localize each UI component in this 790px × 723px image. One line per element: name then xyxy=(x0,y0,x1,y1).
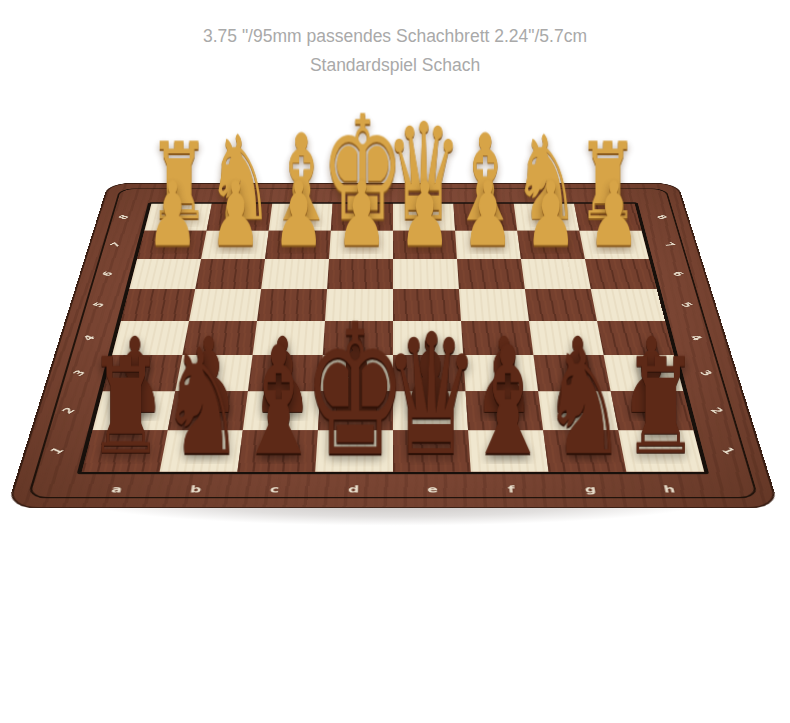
board-border-corner xyxy=(704,472,777,507)
file-label-d: d xyxy=(313,472,393,507)
square-a6 xyxy=(129,259,201,289)
rank-label-text: 6 xyxy=(99,270,116,277)
file-label-b: b xyxy=(153,472,238,507)
caption-line-1: 3.75 "/95mm passendes Schachbrett 2.24"/… xyxy=(0,22,790,51)
caption: 3.75 "/95mm passendes Schachbrett 2.24"/… xyxy=(0,22,790,80)
file-label-a: a xyxy=(73,472,160,507)
rank-label-left-6: 6 xyxy=(77,259,137,289)
square-b6 xyxy=(195,259,265,289)
file-label-f: f xyxy=(471,472,553,507)
file-label-text: d xyxy=(348,484,360,494)
square-f6 xyxy=(457,259,525,289)
square-h1: ♜ xyxy=(618,430,704,472)
file-label-text: e xyxy=(427,484,438,494)
rank-label-text: 5 xyxy=(678,301,696,309)
caption-line-2: Standardspiel Schach xyxy=(0,51,790,80)
file-label-text: f xyxy=(507,484,515,494)
product-photo-chess-set: 3.75 "/95mm passendes Schachbrett 2.24"/… xyxy=(0,0,790,723)
file-label-text: a xyxy=(110,484,123,494)
file-label-g: g xyxy=(549,472,634,507)
rank-label-text: 5 xyxy=(90,301,108,309)
file-label-text: g xyxy=(584,484,597,494)
square-h7: ♟ xyxy=(579,231,648,259)
chessboard: 8♜♞♝♚♛♝♞♜87♟♟♟♟♟♟♟♟7665544332♟♟♟♟♟♟♟♟21♜… xyxy=(6,183,779,509)
square-g6 xyxy=(521,259,591,289)
file-label-h: h xyxy=(626,472,713,507)
file-label-text: h xyxy=(662,484,676,494)
rank-label-text: 6 xyxy=(670,270,687,277)
file-label-text: c xyxy=(269,484,279,494)
board-mat: 8♜♞♝♚♛♝♞♜87♟♟♟♟♟♟♟♟7665544332♟♟♟♟♟♟♟♟21♜… xyxy=(6,183,779,509)
file-label-text: b xyxy=(189,484,202,494)
rank-label-right-6: 6 xyxy=(649,259,709,289)
square-h6 xyxy=(585,259,657,289)
file-label-c: c xyxy=(233,472,315,507)
file-label-e: e xyxy=(393,472,473,507)
board-border-corner xyxy=(9,472,82,507)
